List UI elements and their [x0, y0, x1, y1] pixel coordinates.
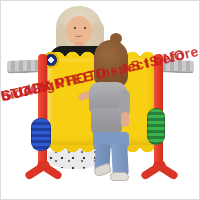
green-ring-stack: [147, 108, 165, 145]
child-hair-topknot: [110, 33, 122, 44]
woman-eye-right: [84, 27, 86, 29]
child-shoe-right: [110, 172, 129, 181]
woman-eye-left: [74, 27, 76, 29]
blue-ring-stack: [31, 118, 51, 151]
stock-photo-giant-connect-four: STOCK PHOTO - AS IS NO GUARANTEE Inspect…: [0, 0, 200, 200]
child-side-forearm: [121, 112, 129, 127]
woman-face: [66, 16, 92, 45]
